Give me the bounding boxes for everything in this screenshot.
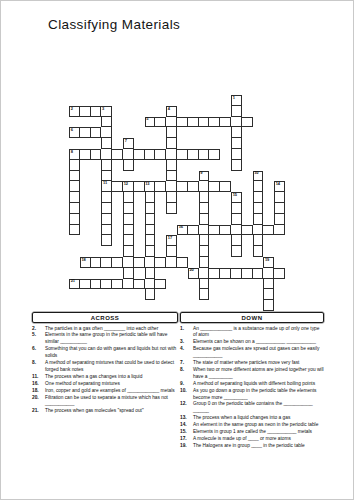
clue-text: One method of separating mixtures xyxy=(45,381,178,388)
empty-cell xyxy=(220,289,231,300)
empty-cell xyxy=(134,246,145,257)
clue-text: The process when a liquid changes into a… xyxy=(193,415,324,422)
empty-cell xyxy=(177,160,188,171)
grid-cell xyxy=(263,279,274,290)
empty-cell xyxy=(242,257,253,268)
clue-number: 7. xyxy=(180,360,193,367)
empty-cell xyxy=(166,279,177,290)
empty-cell xyxy=(123,95,134,106)
grid-cell: 16 xyxy=(177,225,188,236)
empty-cell xyxy=(80,203,91,214)
empty-cell xyxy=(155,106,166,117)
clue-item: 20.Filtration can be used to separate a … xyxy=(32,395,178,409)
grid-cell xyxy=(231,160,242,171)
empty-cell xyxy=(177,289,188,300)
clue-item: 15.Elements in group 1 are called the __… xyxy=(180,429,324,436)
empty-cell xyxy=(80,138,91,149)
grid-cell xyxy=(199,268,210,279)
grid-cell xyxy=(166,203,177,214)
page-title: Classifying Materials xyxy=(48,17,180,32)
empty-cell xyxy=(101,246,112,257)
cell-number: 4 xyxy=(168,107,170,112)
clue-item: 3.Elements can be shown on a ___________… xyxy=(180,339,324,346)
grid-cell xyxy=(177,181,188,192)
empty-cell xyxy=(69,300,80,311)
empty-cell xyxy=(231,289,242,300)
clue-number: 20. xyxy=(32,395,45,409)
empty-cell xyxy=(253,160,264,171)
empty-cell xyxy=(166,95,177,106)
empty-cell xyxy=(145,95,156,106)
clue-text: A method of separating liquids with diff… xyxy=(193,381,324,388)
grid-cell xyxy=(242,117,253,128)
grid-cell xyxy=(112,279,123,290)
empty-cell xyxy=(274,300,285,311)
empty-cell xyxy=(69,246,80,257)
empty-cell xyxy=(112,117,123,128)
clue-number: 8. xyxy=(32,360,45,374)
grid-cell xyxy=(220,225,231,236)
empty-cell xyxy=(69,289,80,300)
grid-cell xyxy=(231,117,242,128)
grid-cell xyxy=(209,181,220,192)
empty-cell xyxy=(220,279,231,290)
clue-text: The process when a gas changes into a li… xyxy=(45,374,178,381)
empty-cell xyxy=(112,171,123,182)
empty-cell xyxy=(80,235,91,246)
empty-cell xyxy=(112,246,123,257)
empty-cell xyxy=(177,279,188,290)
grid-cell xyxy=(91,127,102,138)
grid-cell: 8 xyxy=(69,149,80,160)
empty-cell xyxy=(263,117,274,128)
cell-number: 11 xyxy=(103,181,107,186)
grid-cell xyxy=(199,246,210,257)
grid-cell xyxy=(253,214,264,225)
grid-cell: 17 xyxy=(166,235,177,246)
empty-cell xyxy=(69,235,80,246)
grid-cell xyxy=(123,235,134,246)
empty-cell xyxy=(242,300,253,311)
clue-item: 2.The particles in a gas often ________ … xyxy=(32,326,178,333)
empty-cell xyxy=(134,192,145,203)
empty-cell xyxy=(274,246,285,257)
clue-item: 16.One method of separating mixtures xyxy=(32,381,178,388)
empty-cell xyxy=(220,95,231,106)
clue-text: Group 0 on the periodic table contains t… xyxy=(193,401,324,415)
worksheet-page: Classifying Materials 123456789101112131… xyxy=(0,0,354,500)
clue-text: As you go down a group in the periodic t… xyxy=(193,388,324,402)
empty-cell xyxy=(177,106,188,117)
empty-cell xyxy=(80,171,91,182)
grid-cell xyxy=(253,225,264,236)
empty-cell xyxy=(209,246,220,257)
grid-cell xyxy=(199,203,210,214)
empty-cell xyxy=(134,138,145,149)
clue-item: 14.An element in the same group as neon … xyxy=(180,422,324,429)
grid-cell xyxy=(220,117,231,128)
grid-cell xyxy=(274,214,285,225)
across-clues-section: ACROSS 2.The particles in a gas often __… xyxy=(32,312,178,415)
clue-item: 12.Group 0 on the periodic table contain… xyxy=(180,401,324,415)
empty-cell xyxy=(188,214,199,225)
grid-cell xyxy=(101,225,112,236)
clue-number: 10. xyxy=(180,388,193,402)
empty-cell xyxy=(101,300,112,311)
grid-cell: 19 xyxy=(263,257,274,268)
empty-cell xyxy=(199,160,210,171)
clue-number: 18. xyxy=(32,388,45,395)
grid-cell xyxy=(263,225,274,236)
grid-cell xyxy=(101,117,112,128)
empty-cell xyxy=(91,246,102,257)
grid-cell xyxy=(145,268,156,279)
empty-cell xyxy=(188,289,199,300)
clue-number: 16. xyxy=(32,381,45,388)
cell-number: 2 xyxy=(71,107,73,112)
grid-cell: 4 xyxy=(166,106,177,117)
grid-cell xyxy=(166,138,177,149)
grid-cell xyxy=(69,225,80,236)
empty-cell xyxy=(177,127,188,138)
empty-cell xyxy=(123,171,134,182)
clue-item: 13.The process when a liquid changes int… xyxy=(180,415,324,422)
clue-text: Elements can be shown on a ___________ _… xyxy=(193,339,324,346)
grid-cell xyxy=(188,181,199,192)
grid-cell xyxy=(155,257,166,268)
grid-cell: 5 xyxy=(145,117,156,128)
grid-cell xyxy=(263,300,274,311)
empty-cell xyxy=(80,214,91,225)
empty-cell xyxy=(91,160,102,171)
grid-cell xyxy=(145,279,156,290)
empty-cell xyxy=(274,95,285,106)
clue-item: 7.The state of matter where particles mo… xyxy=(180,360,324,367)
empty-cell xyxy=(188,192,199,203)
grid-cell: 7 xyxy=(123,138,134,149)
empty-cell xyxy=(220,171,231,182)
empty-cell xyxy=(166,268,177,279)
empty-cell xyxy=(188,300,199,311)
grid-cell xyxy=(199,257,210,268)
empty-cell xyxy=(242,181,253,192)
clue-item: 19.The Halogens are in group ____ in the… xyxy=(180,443,324,450)
empty-cell xyxy=(155,235,166,246)
empty-cell xyxy=(231,257,242,268)
empty-cell xyxy=(177,300,188,311)
empty-cell xyxy=(177,214,188,225)
empty-cell xyxy=(177,246,188,257)
empty-cell xyxy=(112,203,123,214)
empty-cell xyxy=(112,160,123,171)
empty-cell xyxy=(112,214,123,225)
empty-cell xyxy=(134,289,145,300)
grid-cell xyxy=(112,149,123,160)
empty-cell xyxy=(188,246,199,257)
grid-cell xyxy=(242,225,253,236)
clue-item: 10.As you go down a group in the periodi… xyxy=(180,388,324,402)
empty-cell xyxy=(188,279,199,290)
empty-cell xyxy=(188,95,199,106)
grid-cell xyxy=(101,203,112,214)
cell-number: 21 xyxy=(71,279,75,284)
empty-cell xyxy=(177,138,188,149)
grid-cell xyxy=(145,203,156,214)
empty-cell xyxy=(220,214,231,225)
empty-cell xyxy=(91,300,102,311)
grid-cell: 3 xyxy=(101,106,112,117)
empty-cell xyxy=(274,235,285,246)
empty-cell xyxy=(177,235,188,246)
grid-cell: 9 xyxy=(199,171,210,182)
grid-cell xyxy=(101,149,112,160)
grid-cell xyxy=(199,192,210,203)
empty-cell xyxy=(112,138,123,149)
grid-cell xyxy=(209,117,220,128)
grid-cell xyxy=(123,279,134,290)
grid-cell: 15 xyxy=(231,192,242,203)
across-clue-list: 2.The particles in a gas often ________ … xyxy=(32,326,178,416)
grid-cell xyxy=(69,181,80,192)
empty-cell xyxy=(242,95,253,106)
empty-cell xyxy=(166,214,177,225)
grid-cell xyxy=(199,117,210,128)
empty-cell xyxy=(91,117,102,128)
empty-cell xyxy=(112,127,123,138)
empty-cell xyxy=(242,106,253,117)
empty-cell xyxy=(80,246,91,257)
clue-number: 19. xyxy=(180,443,193,450)
empty-cell xyxy=(209,203,220,214)
grid-cell xyxy=(91,106,102,117)
empty-cell xyxy=(177,268,188,279)
empty-cell xyxy=(263,181,274,192)
empty-cell xyxy=(188,257,199,268)
grid-cell xyxy=(101,160,112,171)
empty-cell xyxy=(242,160,253,171)
grid-cell xyxy=(101,127,112,138)
empty-cell xyxy=(145,171,156,182)
empty-cell xyxy=(80,225,91,236)
empty-cell xyxy=(188,171,199,182)
grid-cell xyxy=(199,149,210,160)
grid-cell xyxy=(145,225,156,236)
grid-cell xyxy=(123,149,134,160)
grid-cell xyxy=(101,235,112,246)
empty-cell xyxy=(177,95,188,106)
grid-cell xyxy=(188,117,199,128)
empty-cell xyxy=(155,225,166,236)
empty-cell xyxy=(134,235,145,246)
empty-cell xyxy=(263,246,274,257)
empty-cell xyxy=(188,203,199,214)
empty-cell xyxy=(69,257,80,268)
cell-number: 7 xyxy=(125,139,127,144)
grid-cell: 2 xyxy=(69,106,80,117)
grid-cell xyxy=(188,225,199,236)
grid-cell xyxy=(166,246,177,257)
empty-cell xyxy=(263,149,274,160)
empty-cell xyxy=(134,300,145,311)
clue-number: 2. xyxy=(32,326,45,333)
grid-cell xyxy=(242,268,253,279)
empty-cell xyxy=(209,279,220,290)
empty-cell xyxy=(242,171,253,182)
empty-cell xyxy=(112,192,123,203)
empty-cell xyxy=(274,160,285,171)
empty-cell xyxy=(242,214,253,225)
empty-cell xyxy=(209,106,220,117)
empty-cell xyxy=(231,171,242,182)
grid-cell: 14 xyxy=(274,181,285,192)
empty-cell xyxy=(123,300,134,311)
clue-text: Because gas molecules are spread out gas… xyxy=(193,346,324,360)
clue-number: 13. xyxy=(180,415,193,422)
empty-cell xyxy=(80,300,91,311)
empty-cell xyxy=(199,300,210,311)
grid-cell xyxy=(220,181,231,192)
empty-cell xyxy=(220,257,231,268)
grid-cell xyxy=(274,225,285,236)
empty-cell xyxy=(231,300,242,311)
grid-cell xyxy=(274,192,285,203)
grid-cell xyxy=(69,214,80,225)
grid-cell xyxy=(80,149,91,160)
empty-cell xyxy=(155,192,166,203)
cell-number: 8 xyxy=(71,150,73,155)
clue-number: 4. xyxy=(180,346,193,360)
grid-cell xyxy=(231,203,242,214)
empty-cell xyxy=(91,268,102,279)
grid-cell xyxy=(231,106,242,117)
empty-cell xyxy=(220,203,231,214)
empty-cell xyxy=(155,268,166,279)
empty-cell xyxy=(134,268,145,279)
empty-cell xyxy=(166,225,177,236)
empty-cell xyxy=(209,192,220,203)
empty-cell xyxy=(274,289,285,300)
grid-cell xyxy=(91,149,102,160)
empty-cell xyxy=(155,95,166,106)
empty-cell xyxy=(69,268,80,279)
cell-number: 1 xyxy=(233,96,235,101)
grid-cell: 18 xyxy=(80,257,91,268)
grid-cell xyxy=(209,149,220,160)
empty-cell xyxy=(199,127,210,138)
empty-cell xyxy=(274,149,285,160)
cell-number: 17 xyxy=(168,236,172,241)
empty-cell xyxy=(274,171,285,182)
grid-cell xyxy=(231,214,242,225)
empty-cell xyxy=(123,289,134,300)
grid-cell xyxy=(177,257,188,268)
grid-cell xyxy=(166,149,177,160)
empty-cell xyxy=(263,235,274,246)
empty-cell xyxy=(253,106,264,117)
empty-cell xyxy=(209,171,220,182)
grid-cell xyxy=(166,181,177,192)
cell-number: 18 xyxy=(81,258,85,263)
grid-cell xyxy=(123,257,134,268)
empty-cell xyxy=(155,127,166,138)
empty-cell xyxy=(263,138,274,149)
empty-cell xyxy=(209,138,220,149)
empty-cell xyxy=(274,117,285,128)
empty-cell xyxy=(220,246,231,257)
clue-number: 15. xyxy=(180,429,193,436)
grid-cell xyxy=(69,203,80,214)
grid-cell xyxy=(274,268,285,279)
empty-cell xyxy=(242,149,253,160)
empty-cell xyxy=(155,138,166,149)
empty-cell xyxy=(145,300,156,311)
clue-number: 11. xyxy=(32,374,45,381)
empty-cell xyxy=(134,160,145,171)
grid-cell xyxy=(80,279,91,290)
grid-cell xyxy=(209,268,220,279)
empty-cell xyxy=(263,95,274,106)
empty-cell xyxy=(112,268,123,279)
empty-cell xyxy=(242,289,253,300)
empty-cell xyxy=(112,95,123,106)
clue-number: 9. xyxy=(180,381,193,388)
grid-cell: 20 xyxy=(188,268,199,279)
empty-cell xyxy=(80,95,91,106)
empty-cell xyxy=(145,138,156,149)
empty-cell xyxy=(69,95,80,106)
down-clue-list: 1.An ____________ is a substance made up… xyxy=(180,326,324,450)
clue-item: 17.A molecule is made up of ____ or more… xyxy=(180,436,324,443)
empty-cell xyxy=(188,138,199,149)
empty-cell xyxy=(274,279,285,290)
cell-number: 6 xyxy=(71,128,73,133)
empty-cell xyxy=(145,127,156,138)
clue-text: An ____________ is a substance made up o… xyxy=(193,326,324,340)
clue-text: Filtration can be used to separate a mix… xyxy=(45,395,178,409)
empty-cell xyxy=(123,117,134,128)
empty-cell xyxy=(209,300,220,311)
grid-cell xyxy=(231,138,242,149)
grid-cell xyxy=(155,279,166,290)
grid-cell xyxy=(199,181,210,192)
empty-cell xyxy=(242,246,253,257)
cell-number: 14 xyxy=(276,182,280,187)
clue-item: 9.A method of separating liquids with di… xyxy=(180,381,324,388)
empty-cell xyxy=(253,138,264,149)
grid-cell xyxy=(155,181,166,192)
empty-cell xyxy=(274,106,285,117)
grid-cell xyxy=(199,235,210,246)
empty-cell xyxy=(209,235,220,246)
clue-number: 14. xyxy=(180,422,193,429)
cell-number: 16 xyxy=(179,225,183,230)
clue-item: 8.A method of separating mixtures that c… xyxy=(32,360,178,374)
empty-cell xyxy=(134,106,145,117)
grid-cell xyxy=(199,225,210,236)
grid-cell: 1 xyxy=(231,95,242,106)
empty-cell xyxy=(188,160,199,171)
empty-cell xyxy=(242,203,253,214)
cell-number: 9 xyxy=(200,171,202,176)
empty-cell xyxy=(112,235,123,246)
grid-cell: 6 xyxy=(69,127,80,138)
empty-cell xyxy=(112,289,123,300)
grid-cell xyxy=(166,160,177,171)
cell-number: 15 xyxy=(233,193,237,198)
empty-cell xyxy=(253,257,264,268)
empty-cell xyxy=(80,192,91,203)
grid-cell xyxy=(155,117,166,128)
